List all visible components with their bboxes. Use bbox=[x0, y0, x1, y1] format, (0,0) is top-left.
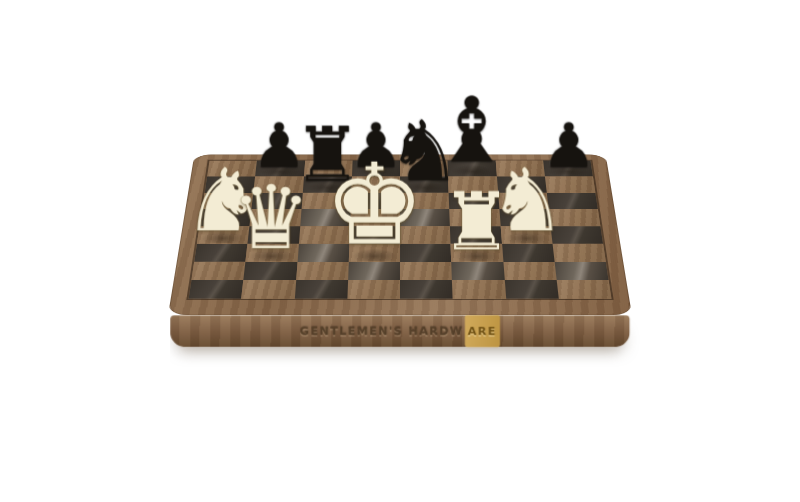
square-a4: ♞ bbox=[197, 226, 250, 243]
square-g7 bbox=[496, 176, 546, 192]
square-f4 bbox=[450, 226, 501, 243]
square-c6 bbox=[301, 193, 351, 210]
square-e7: ♞ bbox=[400, 176, 449, 192]
square-g1 bbox=[504, 280, 558, 299]
product-photo-scene: ♟♟♝♟♜♞♞♞♛♚♜ GENTLEMEN'S HARDW ARE bbox=[0, 0, 800, 502]
square-g8 bbox=[495, 161, 544, 177]
chess-board: ♟♟♝♟♜♞♞♞♛♚♜ GENTLEMEN'S HARDW ARE bbox=[168, 155, 632, 316]
square-h3 bbox=[552, 244, 605, 262]
brand-text: GENTLEMEN'S HARDW bbox=[300, 315, 464, 347]
piece-contact-shadow bbox=[352, 248, 397, 261]
square-a2 bbox=[191, 262, 245, 280]
square-g5 bbox=[499, 209, 550, 226]
square-c2 bbox=[296, 262, 349, 280]
square-g4: ♞ bbox=[500, 226, 552, 243]
brand-engraving: GENTLEMEN'S HARDW ARE bbox=[170, 315, 630, 347]
square-g2 bbox=[503, 262, 557, 280]
square-f7 bbox=[448, 176, 497, 192]
square-d5 bbox=[350, 209, 400, 226]
square-b3: ♛ bbox=[246, 244, 299, 262]
square-c8 bbox=[304, 161, 353, 177]
square-b4 bbox=[248, 226, 300, 243]
square-f3: ♜ bbox=[451, 244, 503, 262]
square-h2 bbox=[554, 262, 608, 280]
square-b5 bbox=[250, 209, 301, 226]
square-a5 bbox=[200, 209, 252, 226]
square-c5 bbox=[300, 209, 351, 226]
piece-contact-shadow bbox=[249, 248, 295, 261]
square-d6 bbox=[351, 193, 400, 210]
square-c1 bbox=[294, 280, 348, 299]
square-h1 bbox=[556, 280, 611, 299]
square-c7: ♜ bbox=[302, 176, 351, 192]
piece-contact-shadow bbox=[305, 181, 348, 193]
square-e3 bbox=[400, 244, 451, 262]
square-a7 bbox=[205, 176, 256, 192]
square-h7 bbox=[545, 176, 596, 192]
square-a1 bbox=[189, 280, 244, 299]
square-h6 bbox=[547, 193, 598, 210]
piece-contact-shadow bbox=[258, 165, 301, 176]
square-a3 bbox=[194, 244, 247, 262]
square-a6 bbox=[202, 193, 253, 210]
piece-contact-shadow bbox=[454, 248, 500, 261]
square-b8: ♟ bbox=[255, 161, 304, 177]
square-h5 bbox=[548, 209, 600, 226]
square-a8 bbox=[207, 161, 257, 177]
piece-contact-shadow bbox=[355, 165, 397, 176]
brand-gold-inlay: ARE bbox=[465, 315, 500, 347]
square-d2 bbox=[348, 262, 400, 280]
square-g3 bbox=[502, 244, 555, 262]
square-f2 bbox=[451, 262, 504, 280]
square-b6 bbox=[252, 193, 303, 210]
board-front-edge: GENTLEMEN'S HARDW ARE bbox=[170, 315, 630, 347]
square-e8 bbox=[400, 161, 448, 177]
square-g6 bbox=[498, 193, 549, 210]
square-d3: ♚ bbox=[349, 244, 400, 262]
piece-contact-shadow bbox=[546, 165, 590, 176]
piece-contact-shadow bbox=[403, 181, 446, 193]
square-c4 bbox=[298, 226, 349, 243]
board-top-surface: ♟♟♝♟♜♞♞♞♛♚♜ bbox=[168, 155, 632, 316]
square-e4 bbox=[400, 226, 451, 243]
piece-contact-shadow bbox=[451, 165, 494, 176]
square-f6 bbox=[449, 193, 499, 210]
square-b2 bbox=[244, 262, 298, 280]
square-b1 bbox=[241, 280, 295, 299]
square-h8: ♟ bbox=[543, 161, 593, 177]
square-f5 bbox=[449, 209, 500, 226]
piece-contact-shadow bbox=[504, 231, 550, 244]
square-b7 bbox=[253, 176, 303, 192]
piece-contact-shadow bbox=[200, 231, 246, 244]
square-d7 bbox=[351, 176, 400, 192]
square-e2 bbox=[400, 262, 452, 280]
square-e1 bbox=[400, 280, 453, 299]
square-e5 bbox=[400, 209, 450, 226]
square-d4 bbox=[349, 226, 400, 243]
checker-grid: ♟♟♝♟♜♞♞♞♛♚♜ bbox=[189, 161, 612, 299]
square-d8: ♟ bbox=[352, 161, 400, 177]
square-c3 bbox=[297, 244, 349, 262]
square-h4 bbox=[550, 226, 603, 243]
square-f8: ♝ bbox=[448, 161, 497, 177]
square-d1 bbox=[347, 280, 400, 299]
square-f1 bbox=[452, 280, 506, 299]
square-e6 bbox=[400, 193, 449, 210]
